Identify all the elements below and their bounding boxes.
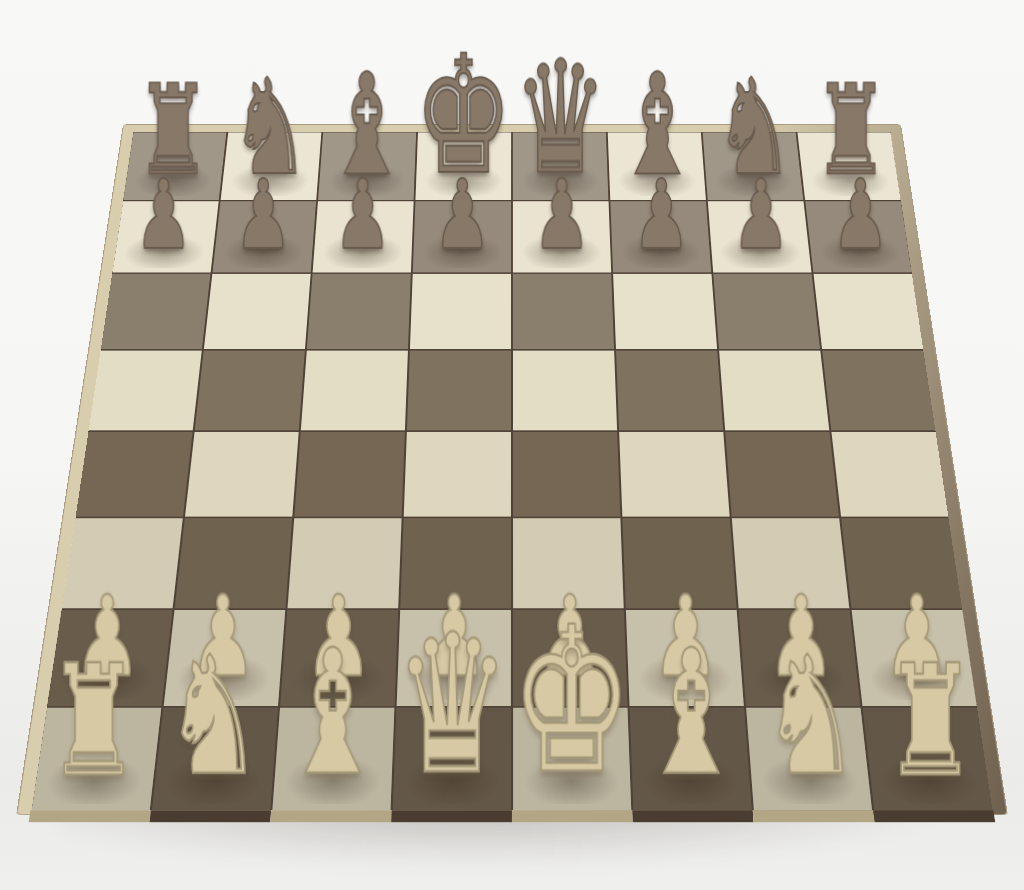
- piece-contact-shadow: [866, 653, 967, 700]
- square-c5[interactable]: [301, 351, 408, 431]
- piece-contact-shadow: [522, 754, 621, 804]
- piece-contact-shadow: [641, 754, 742, 804]
- square-e2[interactable]: ♟: [513, 610, 627, 706]
- square-f8[interactable]: ♝: [608, 132, 706, 199]
- square-f5[interactable]: [616, 351, 723, 431]
- square-g4[interactable]: [725, 432, 839, 517]
- square-a2[interactable]: ♟: [47, 610, 172, 706]
- square-c2[interactable]: ♟: [280, 610, 398, 706]
- square-h3[interactable]: [841, 518, 962, 608]
- square-a6[interactable]: [101, 274, 211, 349]
- product-photo-scene: ♜♞♝♚♛♝♞♜♟♟♟♟♟♟♟♟♟♟♟♟♟♟♟♟♜♞♝♛♚♝♞♜: [0, 0, 1024, 890]
- piece-contact-shadow: [877, 754, 982, 804]
- square-g1[interactable]: ♞: [746, 708, 872, 810]
- square-h4[interactable]: [831, 432, 948, 517]
- square-h7[interactable]: ♟: [805, 201, 911, 272]
- piece-contact-shadow: [121, 233, 207, 268]
- square-e8[interactable]: ♛: [513, 132, 609, 199]
- square-f3[interactable]: [622, 518, 736, 608]
- square-a3[interactable]: [62, 518, 183, 608]
- piece-contact-shadow: [521, 233, 604, 268]
- square-g7[interactable]: ♟: [708, 201, 812, 272]
- square-d3[interactable]: [400, 518, 511, 608]
- square-b6[interactable]: [204, 274, 311, 349]
- piece-contact-shadow: [326, 163, 408, 196]
- square-f6[interactable]: [613, 274, 717, 349]
- square-h6[interactable]: [814, 274, 924, 349]
- square-e6[interactable]: [513, 274, 614, 349]
- square-d5[interactable]: [407, 351, 511, 431]
- square-b2[interactable]: ♟: [164, 610, 286, 706]
- piece-contact-shadow: [619, 233, 703, 268]
- square-b8[interactable]: ♞: [221, 132, 322, 199]
- square-h5[interactable]: [822, 351, 935, 431]
- square-a1[interactable]: ♜: [32, 708, 162, 810]
- square-f4[interactable]: [619, 432, 729, 517]
- black-rook: ♜: [105, 79, 242, 185]
- square-d7[interactable]: ♟: [413, 201, 511, 272]
- square-b3[interactable]: [175, 518, 292, 608]
- square-b1[interactable]: ♞: [152, 708, 278, 810]
- piece-contact-shadow: [817, 233, 903, 268]
- piece-contact-shadow: [616, 163, 698, 196]
- piece-contact-shadow: [751, 653, 850, 700]
- square-e4[interactable]: [513, 432, 620, 517]
- square-c6[interactable]: [307, 274, 411, 349]
- piece-contact-shadow: [406, 653, 502, 700]
- square-h8[interactable]: ♜: [798, 132, 901, 199]
- piece-contact-shadow: [229, 163, 312, 196]
- chessboard: ♜♞♝♚♛♝♞♜♟♟♟♟♟♟♟♟♟♟♟♟♟♟♟♟♜♞♝♛♚♝♞♜: [16, 124, 1008, 815]
- square-g6[interactable]: [713, 274, 820, 349]
- square-b4[interactable]: [185, 432, 299, 517]
- piece-contact-shadow: [637, 653, 735, 700]
- square-c8[interactable]: ♝: [318, 132, 416, 199]
- black-king: ♚: [395, 46, 532, 185]
- piece-contact-shadow: [57, 653, 158, 700]
- square-e5[interactable]: [513, 351, 617, 431]
- square-c1[interactable]: ♝: [272, 708, 394, 810]
- square-d2[interactable]: ♟: [397, 610, 511, 706]
- square-f2[interactable]: ♟: [626, 610, 744, 706]
- square-g5[interactable]: [719, 351, 829, 431]
- piece-contact-shadow: [809, 163, 893, 196]
- piece-contact-shadow: [162, 754, 265, 804]
- piece-contact-shadow: [718, 233, 803, 268]
- square-a5[interactable]: [89, 351, 202, 431]
- square-c7[interactable]: ♟: [313, 201, 414, 272]
- piece-contact-shadow: [402, 754, 501, 804]
- square-d8[interactable]: ♚: [416, 132, 512, 199]
- piece-contact-shadow: [290, 653, 388, 700]
- square-b5[interactable]: [195, 351, 305, 431]
- piece-contact-shadow: [321, 233, 405, 268]
- board-grid: ♜♞♝♚♛♝♞♜♟♟♟♟♟♟♟♟♟♟♟♟♟♟♟♟♜♞♝♛♚♝♞♜: [32, 132, 993, 810]
- square-e1[interactable]: ♚: [513, 708, 631, 810]
- black-bishop: ♝: [298, 66, 435, 185]
- square-e7[interactable]: ♟: [513, 201, 611, 272]
- black-rook: ♜: [783, 79, 920, 185]
- piece-contact-shadow: [221, 233, 306, 268]
- square-c4[interactable]: [294, 432, 404, 517]
- square-g3[interactable]: [732, 518, 849, 608]
- square-e3[interactable]: [513, 518, 624, 608]
- square-d4[interactable]: [404, 432, 511, 517]
- piece-contact-shadow: [759, 754, 862, 804]
- piece-contact-shadow: [712, 163, 795, 196]
- square-d6[interactable]: [410, 274, 511, 349]
- square-f7[interactable]: ♟: [610, 201, 711, 272]
- square-a8[interactable]: ♜: [123, 132, 226, 199]
- square-b7[interactable]: ♟: [213, 201, 317, 272]
- square-d1[interactable]: ♛: [393, 708, 511, 810]
- square-c3[interactable]: [287, 518, 401, 608]
- square-h2[interactable]: ♟: [852, 610, 977, 706]
- piece-contact-shadow: [520, 163, 600, 196]
- piece-contact-shadow: [42, 754, 147, 804]
- piece-contact-shadow: [423, 163, 503, 196]
- square-g8[interactable]: ♞: [703, 132, 804, 199]
- square-g2[interactable]: ♟: [739, 610, 861, 706]
- piece-contact-shadow: [421, 233, 504, 268]
- square-a4[interactable]: [76, 432, 193, 517]
- square-h1[interactable]: ♜: [863, 708, 993, 810]
- piece-contact-shadow: [282, 754, 383, 804]
- piece-contact-shadow: [522, 653, 618, 700]
- square-a7[interactable]: ♟: [112, 201, 218, 272]
- square-f1[interactable]: ♝: [630, 708, 752, 810]
- piece-contact-shadow: [132, 163, 216, 196]
- piece-contact-shadow: [173, 653, 272, 700]
